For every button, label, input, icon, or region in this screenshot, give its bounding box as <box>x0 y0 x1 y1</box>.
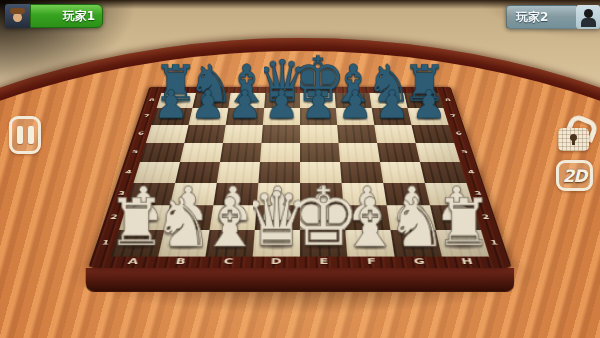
player2-avatar-icon <box>576 5 600 29</box>
piece-white-knight[interactable]: ♞ <box>393 182 440 250</box>
square-e7[interactable] <box>300 108 337 125</box>
square-b8[interactable] <box>192 93 230 109</box>
square-d7[interactable] <box>263 108 300 125</box>
square-e5[interactable] <box>300 143 340 162</box>
pause-button[interactable] <box>9 116 41 154</box>
square-d5[interactable] <box>260 143 300 162</box>
square-f5[interactable] <box>339 143 380 162</box>
square-c6[interactable] <box>223 125 263 143</box>
square-a8[interactable] <box>157 93 196 109</box>
square-e8[interactable] <box>300 93 336 109</box>
player1-badge: 玩家1 <box>5 4 103 28</box>
board-tilt: AABBCCDDEEFFGGHH1122334455667788 ♜♞♝♛♚♝♞… <box>88 87 512 268</box>
square-g8[interactable] <box>369 93 407 109</box>
square-h8[interactable] <box>404 93 443 109</box>
square-c7[interactable] <box>226 108 264 125</box>
pause-icon <box>17 126 34 144</box>
square-h7[interactable] <box>408 108 449 125</box>
square-g6[interactable] <box>374 125 415 143</box>
square-c8[interactable] <box>228 93 265 109</box>
player1-name: 玩家1 <box>30 4 103 28</box>
square-b7[interactable] <box>189 108 229 125</box>
square-b6[interactable] <box>184 125 225 143</box>
square-f8[interactable] <box>335 93 372 109</box>
board-scene: AABBCCDDEEFFGGHH1122334455667788 ♜♞♝♛♚♝♞… <box>124 0 476 338</box>
game-screen: AABBCCDDEEFFGGHH1122334455667788 ♜♞♝♛♚♝♞… <box>0 0 600 338</box>
square-c5[interactable] <box>220 143 261 162</box>
square-d8[interactable] <box>264 93 300 109</box>
square-f7[interactable] <box>336 108 374 125</box>
square-b5[interactable] <box>180 143 223 162</box>
2d-view-label: 2D <box>563 166 587 186</box>
square-g5[interactable] <box>377 143 420 162</box>
piece-white-rook[interactable]: ♜ <box>440 184 487 249</box>
square-h5[interactable] <box>416 143 460 162</box>
board-front-edge <box>86 268 515 292</box>
square-a5[interactable] <box>140 143 184 162</box>
square-f6[interactable] <box>337 125 377 143</box>
square-g7[interactable] <box>372 108 412 125</box>
square-a7[interactable] <box>151 108 192 125</box>
square-d6[interactable] <box>261 125 300 143</box>
square-e6[interactable] <box>300 125 339 143</box>
player1-avatar-icon <box>5 4 30 28</box>
square-h6[interactable] <box>411 125 454 143</box>
player2-name: 玩家2 <box>506 5 576 29</box>
lock-rotation-button[interactable] <box>555 112 593 154</box>
2d-view-button[interactable]: 2D <box>556 160 593 191</box>
keyhole-icon <box>570 134 577 141</box>
square-a6[interactable] <box>146 125 189 143</box>
player2-badge: 玩家2 <box>506 6 600 28</box>
